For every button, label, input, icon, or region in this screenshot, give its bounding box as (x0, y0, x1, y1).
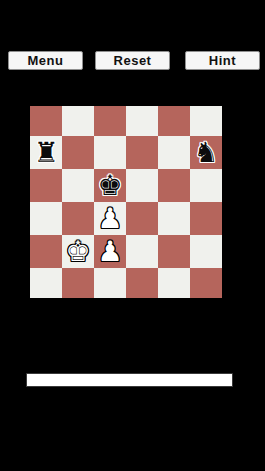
square-b2[interactable]: ♚ (62, 235, 94, 268)
hint-button[interactable]: Hint (185, 51, 260, 70)
reset-button[interactable]: Reset (95, 51, 170, 70)
square-a6[interactable] (30, 106, 62, 136)
white-king[interactable]: ♚ (65, 236, 90, 268)
white-pawn[interactable]: ♟ (97, 236, 122, 268)
square-c5[interactable] (94, 136, 126, 169)
square-a2[interactable] (30, 235, 62, 268)
square-c2[interactable]: ♟ (94, 235, 126, 268)
square-e4[interactable] (158, 169, 190, 202)
square-b4[interactable] (62, 169, 94, 202)
square-d6[interactable] (126, 106, 158, 136)
square-d4[interactable] (126, 169, 158, 202)
square-b1[interactable] (62, 268, 94, 298)
square-f1[interactable] (190, 268, 222, 298)
square-e3[interactable] (158, 202, 190, 235)
square-b5[interactable] (62, 136, 94, 169)
square-a3[interactable] (30, 202, 62, 235)
square-d5[interactable] (126, 136, 158, 169)
black-rook[interactable]: ♜ (33, 137, 58, 169)
square-f6[interactable] (190, 106, 222, 136)
square-b3[interactable] (62, 202, 94, 235)
square-a1[interactable] (30, 268, 62, 298)
square-f4[interactable] (190, 169, 222, 202)
status-bar (26, 373, 233, 387)
chess-board[interactable]: ♜♞♚♟♚♟ (30, 106, 222, 298)
white-pawn[interactable]: ♟ (97, 203, 122, 235)
square-f5[interactable]: ♞ (190, 136, 222, 169)
square-c1[interactable] (94, 268, 126, 298)
square-e2[interactable] (158, 235, 190, 268)
square-e1[interactable] (158, 268, 190, 298)
menu-button[interactable]: Menu (8, 51, 83, 70)
square-a5[interactable]: ♜ (30, 136, 62, 169)
square-d2[interactable] (126, 235, 158, 268)
square-e5[interactable] (158, 136, 190, 169)
square-f3[interactable] (190, 202, 222, 235)
square-d3[interactable] (126, 202, 158, 235)
square-c3[interactable]: ♟ (94, 202, 126, 235)
black-knight[interactable]: ♞ (193, 137, 218, 169)
black-king[interactable]: ♚ (97, 170, 122, 202)
square-c6[interactable] (94, 106, 126, 136)
square-a4[interactable] (30, 169, 62, 202)
square-b6[interactable] (62, 106, 94, 136)
square-e6[interactable] (158, 106, 190, 136)
square-c4[interactable]: ♚ (94, 169, 126, 202)
square-d1[interactable] (126, 268, 158, 298)
square-f2[interactable] (190, 235, 222, 268)
